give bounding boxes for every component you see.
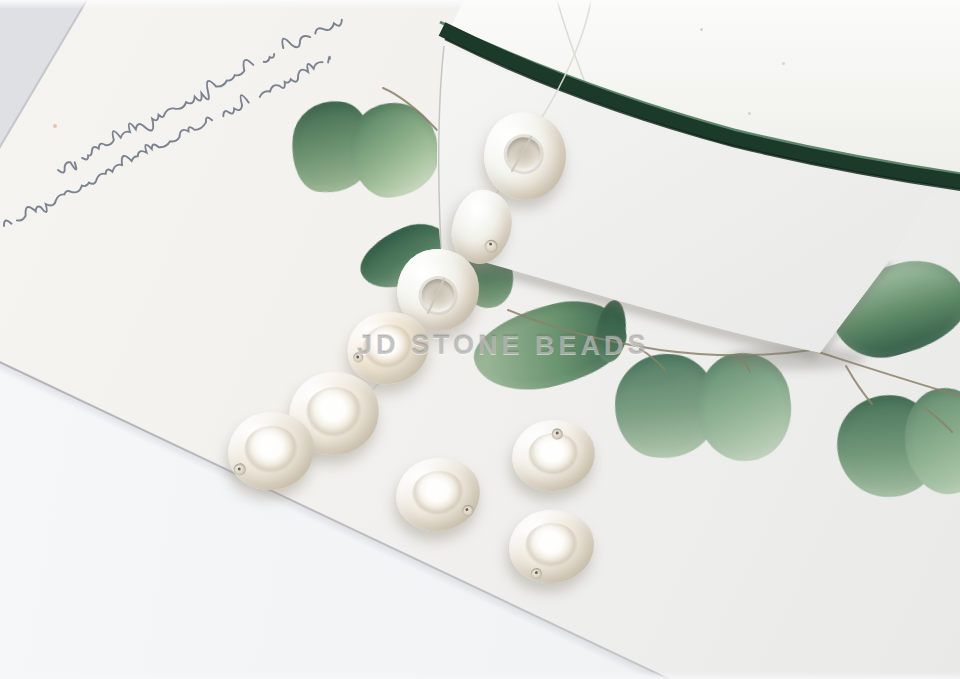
photo-top-edge — [0, 0, 960, 9]
string-through-hole — [512, 137, 531, 171]
product-photo: JD STONE BEADS — [0, 0, 960, 679]
photo-bottom-edge — [0, 672, 960, 679]
string-in-holes — [0, 0, 960, 679]
string-through-hole — [428, 279, 444, 313]
